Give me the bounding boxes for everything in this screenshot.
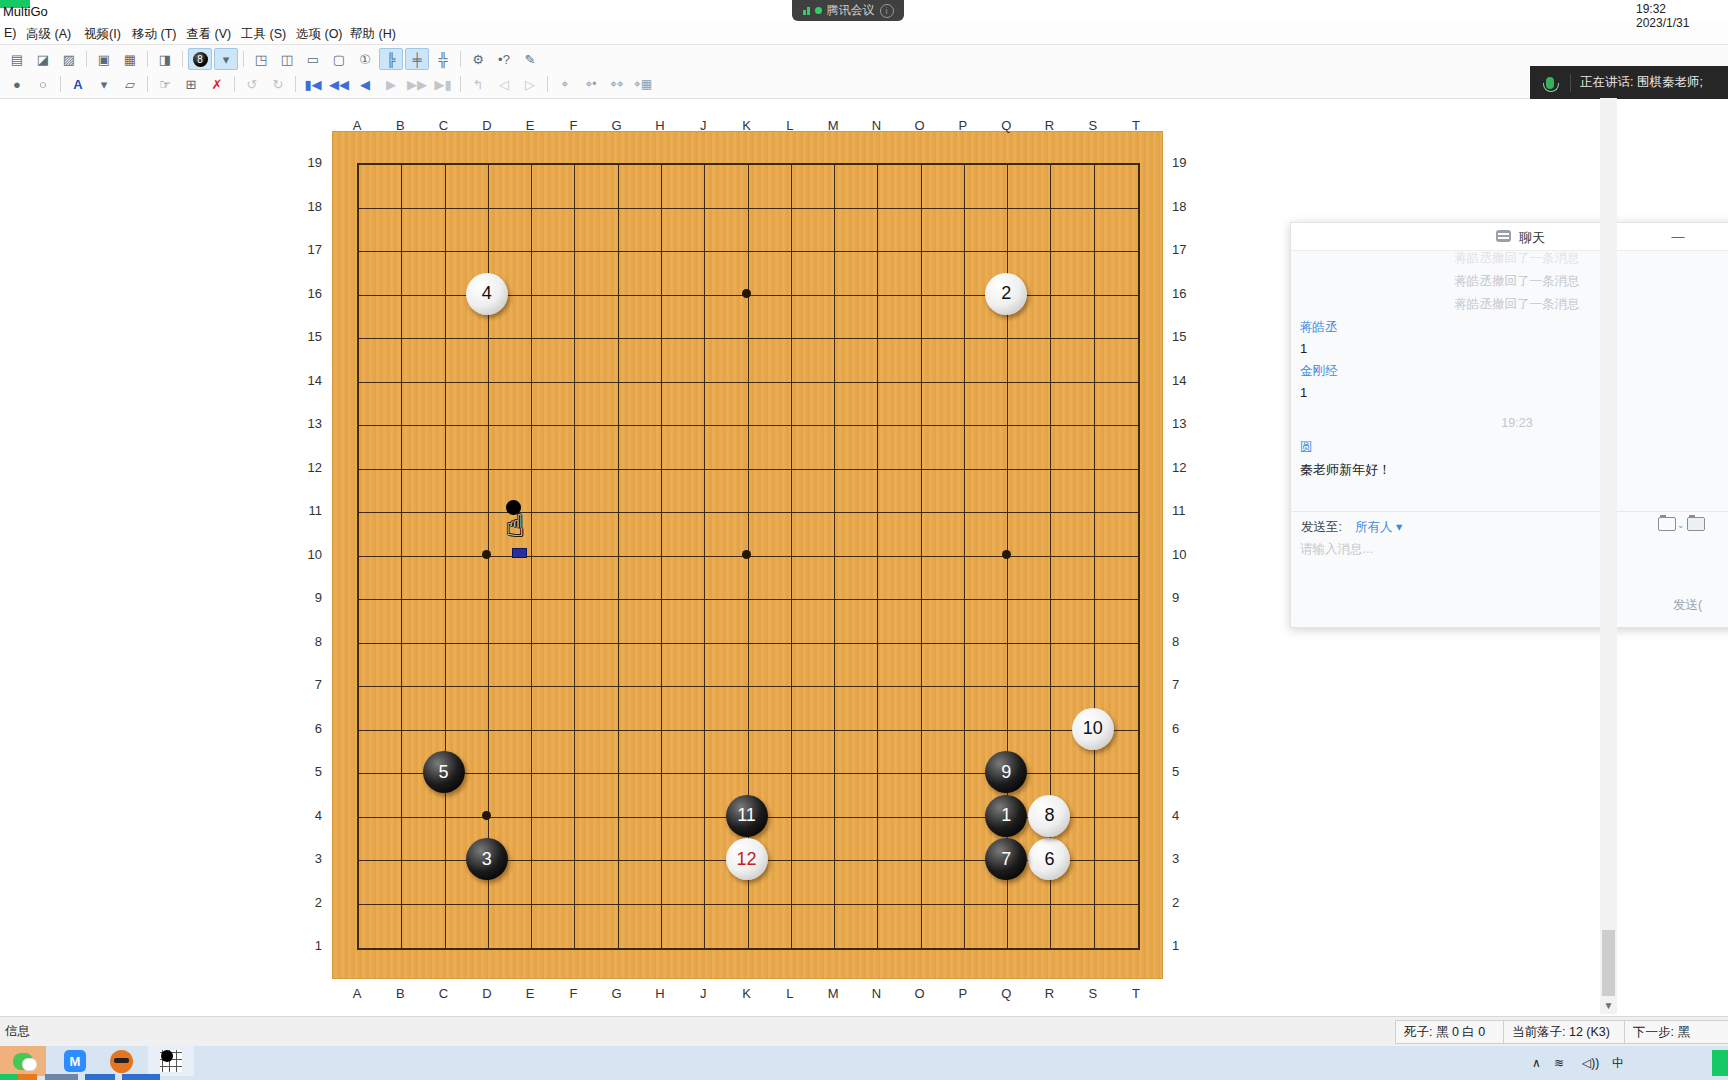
branch-next-button[interactable]: ▷ — [518, 73, 542, 95]
black-stone-tool-button[interactable]: ● — [5, 73, 29, 95]
board-cell — [446, 339, 489, 383]
row-label-right: 12 — [1172, 460, 1198, 475]
file-share-icon[interactable] — [1658, 517, 1676, 531]
board-cell — [662, 731, 705, 775]
col-label-top: H — [652, 118, 668, 133]
board-cell — [1095, 252, 1138, 296]
status-left: 信息 — [5, 1023, 30, 1040]
board-cell — [532, 600, 575, 644]
board-cell — [619, 470, 662, 514]
col-label-bottom: A — [349, 986, 365, 1001]
board-cell — [878, 818, 921, 862]
board-cell — [446, 905, 489, 949]
divider — [1570, 74, 1571, 92]
delete-node-button[interactable]: ✗ — [205, 73, 229, 95]
board-cell — [1008, 557, 1051, 601]
board-cell — [489, 644, 532, 688]
chat-sender[interactable]: 圆 — [1300, 439, 1313, 456]
row-label-right: 3 — [1172, 851, 1198, 866]
board-cell — [1051, 470, 1094, 514]
move-number-dropdown-button[interactable]: ▾ — [214, 48, 238, 70]
speaking-banner: 正在讲话: 围棋秦老师; — [1530, 66, 1728, 99]
board-cell — [1095, 339, 1138, 383]
help-what-button[interactable]: •? — [492, 48, 516, 70]
board-cell — [489, 774, 532, 818]
back-10-button[interactable]: ◀◀ — [327, 73, 351, 95]
row-label-left: 15 — [296, 329, 322, 344]
audience-selector[interactable]: 所有人 ▾ — [1355, 519, 1402, 536]
chat-input[interactable]: 请输入消息... — [1300, 541, 1373, 558]
board-cell — [532, 513, 575, 557]
col-label-bottom: O — [912, 986, 928, 1001]
board-cell — [619, 383, 662, 427]
board-cell — [1008, 905, 1051, 949]
board-cell — [922, 731, 965, 775]
board-cell — [705, 731, 748, 775]
board-cell — [402, 861, 445, 905]
board-cell — [662, 861, 705, 905]
tree-branch-button[interactable]: ╪ — [405, 48, 429, 70]
marker-line-button[interactable]: ◫ — [275, 48, 299, 70]
board-cell — [532, 426, 575, 470]
board-cell — [662, 426, 705, 470]
board-cell — [359, 818, 402, 862]
board-cell — [835, 774, 878, 818]
board-cell — [575, 557, 618, 601]
board-cell — [835, 600, 878, 644]
print-button[interactable]: ▤ — [5, 48, 29, 70]
chat-panel: 聊天 — ❐ 蒋皓丞撤回了一条消息蒋皓丞撤回了一条消息蒋皓丞撤回了一条消息蒋皓丞… — [1290, 222, 1728, 628]
col-label-bottom: G — [609, 986, 625, 1001]
board-cell — [402, 165, 445, 209]
board-cell — [446, 209, 489, 253]
chat-header: 聊天 — ❐ — [1291, 223, 1728, 251]
find-position-button[interactable]: ⌖⌖ — [605, 73, 629, 95]
board-cell — [705, 644, 748, 688]
pan-tool-button[interactable]: ☞ — [153, 73, 177, 95]
first-move-button[interactable]: ▮◀ — [301, 73, 325, 95]
board-cell — [575, 296, 618, 340]
board-cell — [532, 165, 575, 209]
menu-2[interactable]: 视频(I) — [80, 25, 125, 44]
board-cell — [446, 165, 489, 209]
col-label-top: O — [912, 118, 928, 133]
board-cell — [619, 209, 662, 253]
stone-b-d3[interactable]: 3 — [466, 838, 508, 880]
board-cell — [965, 687, 1008, 731]
scrollbar-down-arrow[interactable]: ▼ — [1600, 997, 1617, 1014]
board-cell — [1095, 557, 1138, 601]
board-cell — [835, 818, 878, 862]
board-cell — [878, 252, 921, 296]
board-cell — [878, 339, 921, 383]
row-label-left: 7 — [296, 677, 322, 692]
board-cell — [662, 905, 705, 949]
board-cell — [359, 557, 402, 601]
vertical-scrollbar[interactable] — [1600, 98, 1617, 1014]
print-preview-button[interactable]: ◪ — [31, 48, 55, 70]
board-cell — [835, 905, 878, 949]
board-cell — [662, 165, 705, 209]
marker-empty-button[interactable]: ▢ — [327, 48, 351, 70]
microphone-icon — [1530, 77, 1570, 89]
board-cell — [792, 905, 835, 949]
chat-bubble-icon — [1496, 230, 1511, 242]
stone-w-d16[interactable]: 4 — [466, 273, 508, 315]
board-cell — [489, 905, 532, 949]
star-point — [742, 550, 751, 559]
menu-4[interactable]: 查看 (V) — [182, 25, 235, 44]
board-cell — [878, 731, 921, 775]
col-label-bottom: R — [1041, 986, 1057, 1001]
row-label-left: 11 — [296, 503, 322, 518]
star-point — [742, 289, 751, 298]
tree-view-button[interactable]: ╠ — [379, 48, 403, 70]
retracted-message: 蒋皓丞撤回了一条消息 — [1291, 296, 1728, 313]
last-move-button[interactable]: ▶▮ — [431, 73, 455, 95]
branch-prev-button[interactable]: ◁ — [492, 73, 516, 95]
board-cell — [402, 600, 445, 644]
board-cell — [1008, 339, 1051, 383]
board-cell — [749, 296, 792, 340]
board-cell — [1095, 383, 1138, 427]
board-cell — [749, 426, 792, 470]
board-cell — [359, 252, 402, 296]
board-cell — [1051, 252, 1094, 296]
board-cell — [532, 818, 575, 862]
board-cell — [662, 513, 705, 557]
col-label-top: F — [565, 118, 581, 133]
col-label-top: P — [955, 118, 971, 133]
board-cell — [878, 470, 921, 514]
chat-sender[interactable]: 金刚经 — [1300, 363, 1338, 380]
board-cell — [922, 165, 965, 209]
chat-minimize-button[interactable]: — — [1669, 227, 1687, 245]
stone-b-q5[interactable]: 9 — [985, 751, 1027, 793]
board-cell — [965, 209, 1008, 253]
menu-1[interactable]: 高级 (A) — [22, 25, 75, 44]
speaking-text: 正在讲话: 围棋秦老师; — [1580, 74, 1703, 91]
row-label-right: 7 — [1172, 677, 1198, 692]
board-cell — [662, 687, 705, 731]
board-cell — [1051, 600, 1094, 644]
chat-timestamp: 19:23 — [1291, 416, 1728, 430]
board-cell — [1095, 426, 1138, 470]
board-cell — [1051, 557, 1094, 601]
menu-3[interactable]: 移动 (T) — [128, 25, 180, 44]
board-cell — [705, 557, 748, 601]
eraser-tool-button[interactable]: ▱ — [118, 73, 142, 95]
meeting-pill-label: 腾讯会议 — [827, 2, 875, 19]
chevron-down-icon[interactable]: ⌄ — [1677, 520, 1685, 530]
export-image-button[interactable]: ▨ — [57, 48, 81, 70]
paste-button[interactable]: ▦ — [118, 48, 142, 70]
board-cell — [878, 513, 921, 557]
retracted-message: 蒋皓丞撤回了一条消息 — [1291, 273, 1728, 290]
col-label-top: K — [739, 118, 755, 133]
taskbar-foxgo-button[interactable] — [98, 1046, 144, 1076]
board-cell — [922, 818, 965, 862]
board-cell — [835, 557, 878, 601]
game-info-button[interactable]: ◨ — [153, 48, 177, 70]
stone-b-c5[interactable]: 5 — [423, 751, 465, 793]
board-cell — [359, 905, 402, 949]
board-cell — [835, 426, 878, 470]
stone-b-q4[interactable]: 1 — [985, 795, 1027, 837]
row-label-right: 11 — [1172, 503, 1198, 518]
col-label-bottom: K — [739, 986, 755, 1001]
stone-w-r4[interactable]: 8 — [1028, 795, 1070, 837]
row-label-left: 16 — [296, 286, 322, 301]
board-cell — [705, 296, 748, 340]
white-stone-tool-button[interactable]: ○ — [31, 73, 55, 95]
label-dropdown-button[interactable]: ▾ — [92, 73, 116, 95]
board-cell — [402, 687, 445, 731]
board-cell — [922, 296, 965, 340]
board-cell — [878, 165, 921, 209]
send-to-label: 发送至: — [1301, 519, 1342, 536]
stone-b-q3[interactable]: 7 — [985, 838, 1027, 880]
board-cell — [965, 644, 1008, 688]
board-cell — [359, 339, 402, 383]
toolbar-row-1: ▤◪▨▣▦◨8▾◳◫▭▢①╠╪╬⚙•?✎ — [4, 48, 543, 70]
board-cell — [489, 426, 532, 470]
board-cell — [489, 209, 532, 253]
meeting-pill[interactable]: 腾讯会议 i — [792, 0, 904, 21]
board-cell — [792, 731, 835, 775]
board-cell — [575, 383, 618, 427]
tray-time: 19:32 — [1636, 2, 1666, 16]
board-cell — [922, 426, 965, 470]
taskbar-meeting-button[interactable]: M — [52, 1046, 98, 1076]
board-cell — [575, 861, 618, 905]
board-cell — [749, 731, 792, 775]
board-cell — [532, 861, 575, 905]
forward-1-button[interactable]: ▶ — [379, 73, 403, 95]
col-label-top: B — [392, 118, 408, 133]
col-label-top: G — [609, 118, 625, 133]
chat-message: 1 — [1300, 385, 1307, 400]
menu-0[interactable]: E) — [0, 25, 21, 41]
board-cell — [402, 818, 445, 862]
status-dead-stones: 死子: 黑 0 白 0 — [1395, 1020, 1508, 1044]
tools-button[interactable]: ⚙ — [466, 48, 490, 70]
row-label-right: 6 — [1172, 721, 1198, 736]
board-cell — [402, 470, 445, 514]
board-cell — [922, 861, 965, 905]
undo-button[interactable]: ↺ — [240, 73, 264, 95]
stone-w-q16[interactable]: 2 — [985, 273, 1027, 315]
board-cell — [792, 687, 835, 731]
board-cell — [1095, 861, 1138, 905]
chat-message: 1 — [1300, 341, 1307, 356]
col-label-top: D — [479, 118, 495, 133]
board-cell — [446, 557, 489, 601]
menu-5[interactable]: 工具 (S) — [237, 25, 290, 44]
board-cell — [878, 905, 921, 949]
row-label-left: 18 — [296, 199, 322, 214]
ime-indicator[interactable]: 中 — [1612, 1046, 1624, 1080]
row-label-right: 15 — [1172, 329, 1198, 344]
row-label-left: 6 — [296, 721, 322, 736]
scrollbar-thumb[interactable] — [1602, 930, 1615, 996]
menu-6[interactable]: 选项 (O) — [292, 25, 347, 44]
board-cell — [1051, 339, 1094, 383]
board-cell — [446, 513, 489, 557]
branch-up-button[interactable]: ↰ — [466, 73, 490, 95]
board-cell — [359, 644, 402, 688]
board-cell — [359, 296, 402, 340]
clock[interactable]: 19:32 2023/1/31 — [1636, 2, 1706, 30]
running-indicator — [45, 1074, 78, 1080]
board-cell — [792, 339, 835, 383]
stone-w-k3[interactable]: 12 — [726, 838, 768, 880]
board-cell — [835, 861, 878, 905]
row-label-right: 2 — [1172, 895, 1198, 910]
board-cell — [878, 383, 921, 427]
board-cell — [619, 818, 662, 862]
insert-node-button[interactable]: ⊞ — [179, 73, 203, 95]
board-cell — [532, 905, 575, 949]
marker-arrow-button[interactable]: ◳ — [249, 48, 273, 70]
wifi-icon[interactable]: ≋ — [1554, 1046, 1564, 1080]
board-cell — [446, 644, 489, 688]
tray-notification — [1712, 1050, 1728, 1076]
row-label-right: 16 — [1172, 286, 1198, 301]
board-cell — [402, 383, 445, 427]
tree-all-button[interactable]: ╬ — [431, 48, 455, 70]
board-cell — [749, 470, 792, 514]
board-cell — [489, 600, 532, 644]
board-cell — [922, 383, 965, 427]
board-cell — [619, 861, 662, 905]
col-label-bottom: T — [1128, 986, 1144, 1001]
board-cell — [1008, 470, 1051, 514]
board-cell — [1095, 209, 1138, 253]
board-cell — [922, 470, 965, 514]
board-cell — [835, 687, 878, 731]
board-cell — [965, 513, 1008, 557]
taskbar-wechat-button[interactable] — [0, 1046, 46, 1076]
board-cell — [402, 905, 445, 949]
send-button[interactable]: 发送( — [1673, 597, 1702, 614]
board-cell — [835, 470, 878, 514]
board-cell — [1051, 296, 1094, 340]
board-cell — [965, 557, 1008, 601]
board-cell — [965, 339, 1008, 383]
divider — [1291, 511, 1728, 512]
row-label-right: 9 — [1172, 590, 1198, 605]
board-cell — [878, 774, 921, 818]
col-label-top: L — [782, 118, 798, 133]
back-1-button[interactable]: ◀ — [353, 73, 377, 95]
find-marker-button[interactable]: ⌖• — [579, 73, 603, 95]
board-cell — [792, 861, 835, 905]
stone-b-k4[interactable]: 11 — [726, 795, 768, 837]
board-cell — [619, 339, 662, 383]
col-label-bottom: N — [868, 986, 884, 1001]
col-label-top: R — [1041, 118, 1057, 133]
wechat-icon — [13, 1053, 33, 1070]
board-cell — [532, 252, 575, 296]
board-cell — [532, 557, 575, 601]
board-cell — [922, 687, 965, 731]
move-number-stone-button[interactable]: 8 — [188, 48, 212, 70]
stone-w-s6[interactable]: 10 — [1072, 708, 1114, 750]
find-pattern-button[interactable]: ⌖▦ — [631, 73, 655, 95]
row-label-right: 5 — [1172, 764, 1198, 779]
board-cell — [575, 774, 618, 818]
toolbar-separator — [234, 76, 235, 92]
running-indicator — [18, 1074, 37, 1080]
board-cell — [446, 687, 489, 731]
board-cell — [662, 557, 705, 601]
status-bar: 信息 死子: 黑 0 白 0 当前落子: 12 (K3) 下一步: 黑 — [0, 1016, 1728, 1047]
board-cell — [922, 252, 965, 296]
screenshot-icon[interactable] — [1687, 517, 1705, 531]
chat-sender[interactable]: 蒋皓丞 — [1300, 319, 1338, 336]
marker-dash-button[interactable]: ▭ — [301, 48, 325, 70]
board-cell — [532, 644, 575, 688]
menu-7[interactable]: 帮助 (H) — [346, 25, 400, 44]
board-cell — [532, 470, 575, 514]
edit-mode-button[interactable]: ✎ — [518, 48, 542, 70]
chat-message: 秦老师新年好！ — [1300, 461, 1391, 479]
volume-icon[interactable]: ◁)) — [1582, 1046, 1599, 1080]
redo-button[interactable]: ↻ — [266, 73, 290, 95]
board-cell — [749, 165, 792, 209]
taskbar-multigo-button[interactable] — [148, 1046, 194, 1076]
status-current-move: 当前落子: 12 (K3) — [1503, 1020, 1629, 1044]
board-cell — [1095, 644, 1138, 688]
forward-10-button[interactable]: ▶▶ — [405, 73, 429, 95]
board-cell — [619, 252, 662, 296]
board-cell — [749, 209, 792, 253]
board-cell — [575, 339, 618, 383]
number-marker-button[interactable]: ① — [353, 48, 377, 70]
board-cell — [922, 339, 965, 383]
board-cell — [489, 731, 532, 775]
toolbar-separator — [86, 51, 87, 67]
toolbar-separator — [147, 76, 148, 92]
label-tool-button[interactable]: A — [66, 73, 90, 95]
board-cell — [922, 600, 965, 644]
board-cell — [532, 296, 575, 340]
board-cell — [705, 600, 748, 644]
board-cell — [878, 296, 921, 340]
retracted-message: 蒋皓丞撤回了一条消息 — [1291, 250, 1728, 267]
copy-button[interactable]: ▣ — [92, 48, 116, 70]
info-icon[interactable]: i — [880, 4, 894, 18]
board-cell — [792, 644, 835, 688]
board-cell — [835, 252, 878, 296]
board-cell — [1008, 165, 1051, 209]
board-cell — [749, 644, 792, 688]
row-label-right: 13 — [1172, 416, 1198, 431]
find-comment-button[interactable]: ⌖ — [553, 73, 577, 95]
board-cell — [749, 687, 792, 731]
board-cell — [705, 687, 748, 731]
board-cell — [965, 600, 1008, 644]
board-cell — [575, 731, 618, 775]
board-cell — [749, 557, 792, 601]
row-label-left: 9 — [296, 590, 322, 605]
board-cell — [662, 470, 705, 514]
tray-chevron[interactable]: ∧ — [1532, 1046, 1541, 1080]
toolbar-separator — [295, 76, 296, 92]
board-cell — [792, 818, 835, 862]
board-cell — [1095, 818, 1138, 862]
